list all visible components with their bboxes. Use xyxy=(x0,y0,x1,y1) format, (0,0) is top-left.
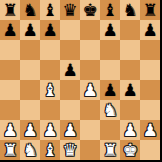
square-g3[interactable] xyxy=(120,100,140,120)
square-a5[interactable] xyxy=(0,60,20,80)
black-rook-piece[interactable]: ♜ xyxy=(0,0,20,20)
white-rook-piece[interactable]: ♜ xyxy=(0,140,20,160)
square-d8[interactable]: ♛ xyxy=(60,0,80,20)
white-bishop-piece[interactable]: ♝ xyxy=(40,140,60,160)
white-pawn-piece[interactable]: ♟ xyxy=(120,120,140,140)
white-queen-piece[interactable]: ♛ xyxy=(60,140,80,160)
black-rook-piece[interactable]: ♜ xyxy=(140,0,160,20)
black-pawn-piece[interactable]: ♟ xyxy=(140,20,160,40)
square-g7[interactable] xyxy=(120,20,140,40)
chessboard-frame: ♜♞♝♛♚♝♞♜♟♟♟♟♟♟♝♟♟♟♞♟♟♟♟♟♟♜♞♝♛♜♚ xyxy=(0,0,162,162)
square-c7[interactable]: ♟ xyxy=(40,20,60,40)
square-e7[interactable] xyxy=(80,20,100,40)
white-rook-piece[interactable]: ♜ xyxy=(100,140,120,160)
square-f8[interactable]: ♝ xyxy=(100,0,120,20)
square-g6[interactable] xyxy=(120,40,140,60)
black-knight-piece[interactable]: ♞ xyxy=(120,0,140,20)
square-h5[interactable] xyxy=(140,60,160,80)
square-h6[interactable] xyxy=(140,40,160,60)
white-pawn-piece[interactable]: ♟ xyxy=(40,120,60,140)
white-knight-piece[interactable]: ♞ xyxy=(100,100,120,120)
square-g2[interactable]: ♟ xyxy=(120,120,140,140)
chessboard[interactable]: ♜♞♝♛♚♝♞♜♟♟♟♟♟♟♝♟♟♟♞♟♟♟♟♟♟♜♞♝♛♜♚ xyxy=(0,0,160,160)
square-d1[interactable]: ♛ xyxy=(60,140,80,160)
white-pawn-piece[interactable]: ♟ xyxy=(0,120,20,140)
square-d6[interactable] xyxy=(60,40,80,60)
square-h2[interactable]: ♟ xyxy=(140,120,160,140)
black-pawn-piece[interactable]: ♟ xyxy=(100,20,120,40)
square-c5[interactable] xyxy=(40,60,60,80)
black-pawn-piece[interactable]: ♟ xyxy=(20,20,40,40)
square-f1[interactable]: ♜ xyxy=(100,140,120,160)
square-f2[interactable] xyxy=(100,120,120,140)
white-pawn-piece[interactable]: ♟ xyxy=(140,120,160,140)
square-c8[interactable]: ♝ xyxy=(40,0,60,20)
white-bishop-piece[interactable]: ♝ xyxy=(40,80,60,100)
square-e4[interactable]: ♟ xyxy=(80,80,100,100)
black-pawn-piece[interactable]: ♟ xyxy=(60,60,80,80)
square-b4[interactable] xyxy=(20,80,40,100)
square-e1[interactable] xyxy=(80,140,100,160)
black-bishop-piece[interactable]: ♝ xyxy=(40,0,60,20)
square-g1[interactable]: ♚ xyxy=(120,140,140,160)
square-a6[interactable] xyxy=(0,40,20,60)
white-pawn-piece[interactable]: ♟ xyxy=(80,80,100,100)
square-g8[interactable]: ♞ xyxy=(120,0,140,20)
square-d3[interactable] xyxy=(60,100,80,120)
square-h7[interactable]: ♟ xyxy=(140,20,160,40)
white-king-piece[interactable]: ♚ xyxy=(120,140,140,160)
square-h8[interactable]: ♜ xyxy=(140,0,160,20)
square-c4[interactable]: ♝ xyxy=(40,80,60,100)
square-h3[interactable] xyxy=(140,100,160,120)
square-b7[interactable]: ♟ xyxy=(20,20,40,40)
square-e2[interactable] xyxy=(80,120,100,140)
square-a3[interactable] xyxy=(0,100,20,120)
square-h1[interactable] xyxy=(140,140,160,160)
square-e8[interactable]: ♚ xyxy=(80,0,100,20)
square-b1[interactable]: ♞ xyxy=(20,140,40,160)
square-b6[interactable] xyxy=(20,40,40,60)
black-king-piece[interactable]: ♚ xyxy=(80,0,100,20)
square-b8[interactable]: ♞ xyxy=(20,0,40,20)
square-g5[interactable] xyxy=(120,60,140,80)
square-e5[interactable] xyxy=(80,60,100,80)
square-e3[interactable] xyxy=(80,100,100,120)
black-queen-piece[interactable]: ♛ xyxy=(60,0,80,20)
black-pawn-piece[interactable]: ♟ xyxy=(40,20,60,40)
square-b5[interactable] xyxy=(20,60,40,80)
white-knight-piece[interactable]: ♞ xyxy=(20,140,40,160)
black-pawn-piece[interactable]: ♟ xyxy=(0,20,20,40)
square-a7[interactable]: ♟ xyxy=(0,20,20,40)
square-f7[interactable]: ♟ xyxy=(100,20,120,40)
square-f5[interactable] xyxy=(100,60,120,80)
square-d2[interactable]: ♟ xyxy=(60,120,80,140)
square-f6[interactable] xyxy=(100,40,120,60)
black-knight-piece[interactable]: ♞ xyxy=(20,0,40,20)
square-f4[interactable]: ♟ xyxy=(100,80,120,100)
black-bishop-piece[interactable]: ♝ xyxy=(100,0,120,20)
square-d5[interactable]: ♟ xyxy=(60,60,80,80)
square-c1[interactable]: ♝ xyxy=(40,140,60,160)
square-e6[interactable] xyxy=(80,40,100,60)
square-d7[interactable] xyxy=(60,20,80,40)
square-a8[interactable]: ♜ xyxy=(0,0,20,20)
square-c2[interactable]: ♟ xyxy=(40,120,60,140)
square-h4[interactable] xyxy=(140,80,160,100)
white-pawn-piece[interactable]: ♟ xyxy=(20,120,40,140)
square-a4[interactable] xyxy=(0,80,20,100)
black-pawn-piece[interactable]: ♟ xyxy=(120,80,140,100)
square-c6[interactable] xyxy=(40,40,60,60)
square-c3[interactable] xyxy=(40,100,60,120)
white-pawn-piece[interactable]: ♟ xyxy=(60,120,80,140)
black-pawn-piece[interactable]: ♟ xyxy=(100,80,120,100)
square-b3[interactable] xyxy=(20,100,40,120)
square-a2[interactable]: ♟ xyxy=(0,120,20,140)
square-d4[interactable] xyxy=(60,80,80,100)
square-b2[interactable]: ♟ xyxy=(20,120,40,140)
square-f3[interactable]: ♞ xyxy=(100,100,120,120)
square-g4[interactable]: ♟ xyxy=(120,80,140,100)
square-a1[interactable]: ♜ xyxy=(0,140,20,160)
